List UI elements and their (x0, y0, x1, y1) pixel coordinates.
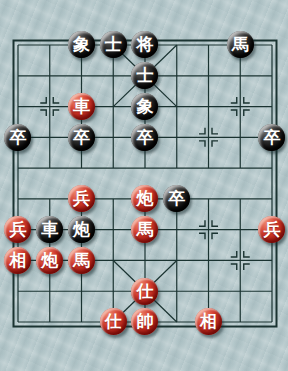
piece-red-cannon[interactable]: 炮 (36, 247, 63, 274)
piece-red-elephant[interactable]: 相 (4, 247, 31, 274)
piece-black-elephant[interactable]: 象 (68, 31, 95, 58)
piece-red-soldier[interactable]: 兵 (68, 185, 95, 212)
piece-black-soldier[interactable]: 卒 (258, 124, 285, 151)
piece-black-horse[interactable]: 馬 (227, 31, 254, 58)
piece-red-horse[interactable]: 馬 (68, 247, 95, 274)
piece-black-elephant[interactable]: 象 (131, 93, 158, 120)
piece-red-advisor[interactable]: 仕 (131, 278, 158, 305)
piece-black-soldier[interactable]: 卒 (68, 124, 95, 151)
piece-layer: 象士将馬士車象卒卒卒卒兵炮卒兵車炮馬兵相炮馬仕仕帥相 (2, 30, 288, 338)
piece-red-chariot[interactable]: 車 (68, 93, 95, 120)
piece-red-horse[interactable]: 馬 (131, 216, 158, 243)
piece-red-advisor[interactable]: 仕 (100, 308, 127, 335)
piece-black-chariot[interactable]: 車 (36, 216, 63, 243)
piece-red-cannon[interactable]: 炮 (131, 185, 158, 212)
piece-black-soldier[interactable]: 卒 (131, 124, 158, 151)
piece-black-soldier[interactable]: 卒 (4, 124, 31, 151)
piece-red-general[interactable]: 帥 (131, 308, 158, 335)
xiangqi-app-window: 象士将馬士車象卒卒卒卒兵炮卒兵車炮馬兵相炮馬仕仕帥相 (0, 0, 288, 371)
piece-red-soldier[interactable]: 兵 (4, 216, 31, 243)
piece-red-elephant[interactable]: 相 (195, 308, 222, 335)
piece-black-general[interactable]: 将 (131, 31, 158, 58)
piece-black-advisor[interactable]: 士 (100, 31, 127, 58)
piece-black-soldier[interactable]: 卒 (163, 185, 190, 212)
piece-black-cannon[interactable]: 炮 (68, 216, 95, 243)
piece-black-advisor[interactable]: 士 (131, 62, 158, 89)
piece-red-soldier[interactable]: 兵 (258, 216, 285, 243)
